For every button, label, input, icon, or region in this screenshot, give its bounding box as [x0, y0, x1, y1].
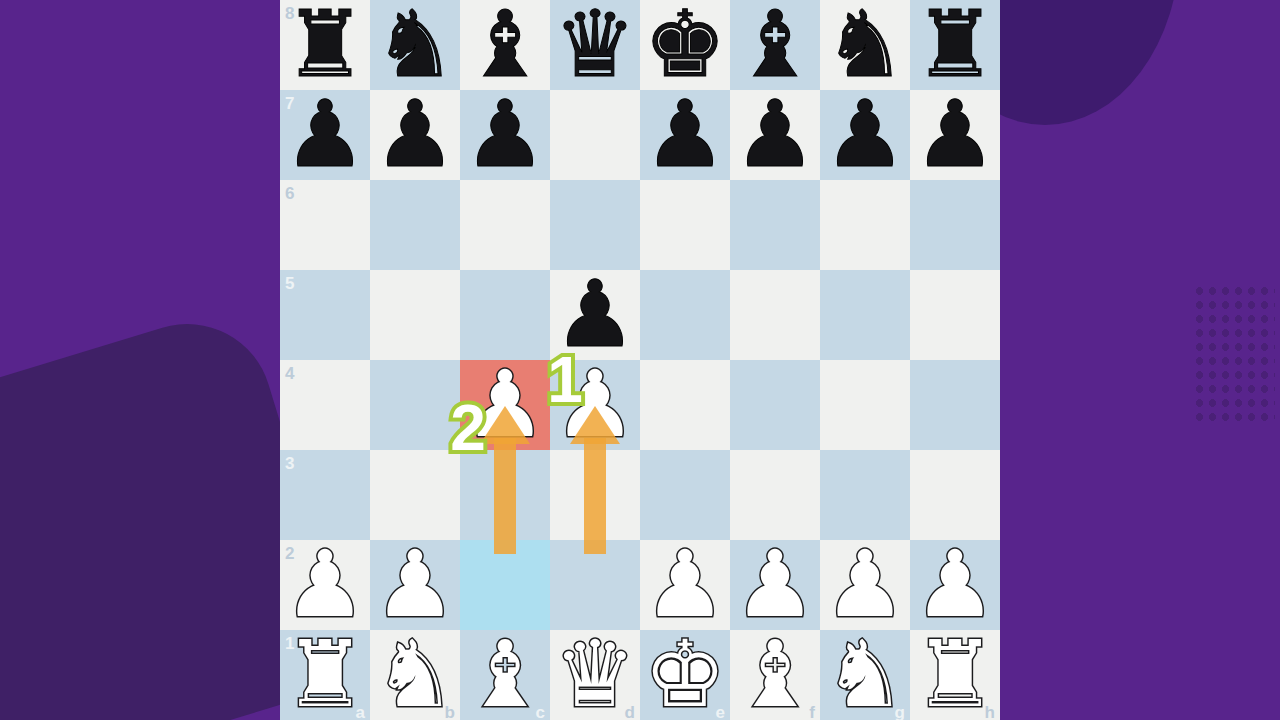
square-g4[interactable]	[820, 360, 910, 450]
piece-black-pawn[interactable]: ♟	[644, 91, 726, 179]
square-e7[interactable]: ♟	[640, 90, 730, 180]
square-g3[interactable]	[820, 450, 910, 540]
square-a7[interactable]: 7♟	[280, 90, 370, 180]
piece-white-pawn[interactable]: ♟	[824, 541, 906, 629]
square-f8[interactable]: ♝	[730, 0, 820, 90]
square-d5[interactable]: ♟	[550, 270, 640, 360]
square-b5[interactable]	[370, 270, 460, 360]
app-background: 8♜♞♝♛♚♝♞♜7♟♟♟♟♟♟♟65♟4♟♟32♟♟♟♟♟♟1a♜b♞c♝d♛…	[0, 0, 1280, 720]
square-d4[interactable]: ♟	[550, 360, 640, 450]
square-d3[interactable]	[550, 450, 640, 540]
piece-white-pawn[interactable]: ♟	[374, 541, 456, 629]
square-e4[interactable]	[640, 360, 730, 450]
square-g8[interactable]: ♞	[820, 0, 910, 90]
piece-white-pawn[interactable]: ♟	[284, 541, 366, 629]
square-e5[interactable]	[640, 270, 730, 360]
piece-black-pawn[interactable]: ♟	[914, 91, 996, 179]
square-d1[interactable]: d♛	[550, 630, 640, 720]
square-a5[interactable]: 5	[280, 270, 370, 360]
square-c8[interactable]: ♝	[460, 0, 550, 90]
square-b7[interactable]: ♟	[370, 90, 460, 180]
piece-black-pawn[interactable]: ♟	[374, 91, 456, 179]
piece-black-rook[interactable]: ♜	[914, 1, 996, 89]
piece-white-queen[interactable]: ♛	[554, 631, 636, 719]
piece-black-pawn[interactable]: ♟	[824, 91, 906, 179]
piece-white-bishop[interactable]: ♝	[734, 631, 816, 719]
square-g6[interactable]	[820, 180, 910, 270]
square-e1[interactable]: e♚	[640, 630, 730, 720]
piece-white-bishop[interactable]: ♝	[464, 631, 546, 719]
piece-white-pawn[interactable]: ♟	[914, 541, 996, 629]
square-a4[interactable]: 4	[280, 360, 370, 450]
square-a1[interactable]: 1a♜	[280, 630, 370, 720]
square-g2[interactable]: ♟	[820, 540, 910, 630]
square-f3[interactable]	[730, 450, 820, 540]
piece-black-bishop[interactable]: ♝	[464, 1, 546, 89]
square-a6[interactable]: 6	[280, 180, 370, 270]
square-b2[interactable]: ♟	[370, 540, 460, 630]
square-d2[interactable]	[550, 540, 640, 630]
square-f2[interactable]: ♟	[730, 540, 820, 630]
square-e2[interactable]: ♟	[640, 540, 730, 630]
square-b6[interactable]	[370, 180, 460, 270]
square-h8[interactable]: ♜	[910, 0, 1000, 90]
piece-white-king[interactable]: ♚	[644, 631, 726, 719]
piece-black-knight[interactable]: ♞	[824, 1, 906, 89]
square-e8[interactable]: ♚	[640, 0, 730, 90]
square-c7[interactable]: ♟	[460, 90, 550, 180]
square-e3[interactable]	[640, 450, 730, 540]
square-c3[interactable]	[460, 450, 550, 540]
square-g1[interactable]: g♞	[820, 630, 910, 720]
square-g7[interactable]: ♟	[820, 90, 910, 180]
square-c1[interactable]: c♝	[460, 630, 550, 720]
square-f1[interactable]: f♝	[730, 630, 820, 720]
piece-black-bishop[interactable]: ♝	[734, 1, 816, 89]
square-a8[interactable]: 8♜	[280, 0, 370, 90]
square-h1[interactable]: h♜	[910, 630, 1000, 720]
piece-white-knight[interactable]: ♞	[374, 631, 456, 719]
square-h2[interactable]: ♟	[910, 540, 1000, 630]
square-b8[interactable]: ♞	[370, 0, 460, 90]
square-f5[interactable]	[730, 270, 820, 360]
piece-white-rook[interactable]: ♜	[914, 631, 996, 719]
square-c2-highlight-cyan[interactable]	[460, 540, 550, 630]
square-c4-highlight-red[interactable]: ♟	[460, 360, 550, 450]
square-c5[interactable]	[460, 270, 550, 360]
square-b3[interactable]	[370, 450, 460, 540]
piece-white-knight[interactable]: ♞	[824, 631, 906, 719]
square-d6[interactable]	[550, 180, 640, 270]
square-h6[interactable]	[910, 180, 1000, 270]
piece-black-pawn[interactable]: ♟	[464, 91, 546, 179]
square-h4[interactable]	[910, 360, 1000, 450]
square-b1[interactable]: b♞	[370, 630, 460, 720]
square-d8[interactable]: ♛	[550, 0, 640, 90]
square-a3[interactable]: 3	[280, 450, 370, 540]
piece-black-pawn[interactable]: ♟	[554, 271, 636, 359]
piece-white-rook[interactable]: ♜	[284, 631, 366, 719]
piece-black-pawn[interactable]: ♟	[734, 91, 816, 179]
square-h5[interactable]	[910, 270, 1000, 360]
piece-white-pawn[interactable]: ♟	[464, 361, 546, 449]
rank-label-4: 4	[285, 365, 294, 382]
square-f4[interactable]	[730, 360, 820, 450]
rank-label-3: 3	[285, 455, 294, 472]
square-a2[interactable]: 2♟	[280, 540, 370, 630]
piece-black-queen[interactable]: ♛	[554, 1, 636, 89]
square-e6[interactable]	[640, 180, 730, 270]
piece-black-king[interactable]: ♚	[644, 1, 726, 89]
rank-label-5: 5	[285, 275, 294, 292]
piece-black-pawn[interactable]: ♟	[284, 91, 366, 179]
piece-white-pawn[interactable]: ♟	[734, 541, 816, 629]
square-c6[interactable]	[460, 180, 550, 270]
piece-white-pawn[interactable]: ♟	[644, 541, 726, 629]
piece-black-knight[interactable]: ♞	[374, 1, 456, 89]
chess-board: 8♜♞♝♛♚♝♞♜7♟♟♟♟♟♟♟65♟4♟♟32♟♟♟♟♟♟1a♜b♞c♝d♛…	[280, 0, 1000, 720]
decor-dot-grid	[1193, 284, 1275, 426]
square-f6[interactable]	[730, 180, 820, 270]
square-g5[interactable]	[820, 270, 910, 360]
piece-white-pawn[interactable]: ♟	[554, 361, 636, 449]
square-f7[interactable]: ♟	[730, 90, 820, 180]
square-h7[interactable]: ♟	[910, 90, 1000, 180]
square-h3[interactable]	[910, 450, 1000, 540]
square-b4[interactable]	[370, 360, 460, 450]
square-d7[interactable]	[550, 90, 640, 180]
piece-black-rook[interactable]: ♜	[284, 1, 366, 89]
